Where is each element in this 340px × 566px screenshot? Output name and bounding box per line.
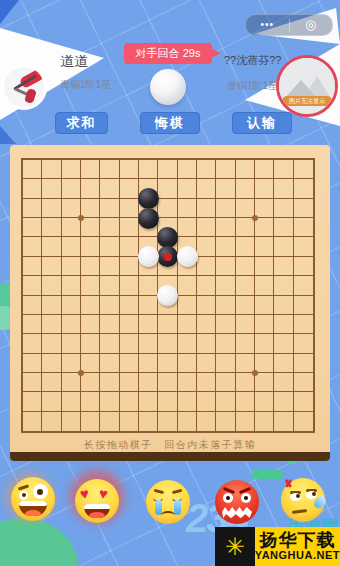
board-cell[interactable]	[255, 392, 274, 411]
resign-button[interactable]: 认输	[232, 112, 292, 134]
board-cell[interactable]	[120, 218, 139, 237]
board-cell[interactable]	[216, 257, 235, 276]
board-cell[interactable]	[23, 237, 42, 256]
star-point	[78, 370, 84, 376]
watermark-badge: ✳ 扬华下载 YANGHUA.NET	[215, 527, 340, 566]
board-cell[interactable]	[274, 296, 293, 315]
emoji-mouth	[84, 504, 110, 518]
board-cell[interactable]	[236, 160, 255, 179]
board-cell[interactable]	[197, 199, 216, 218]
board-cell[interactable]	[255, 276, 274, 295]
more-button[interactable]: •••	[246, 15, 289, 35]
board-cell[interactable]	[23, 373, 42, 392]
white-stone[interactable]	[177, 246, 198, 267]
board-cell[interactable]	[139, 296, 158, 315]
board-cell[interactable]	[42, 179, 61, 198]
board-cell[interactable]	[23, 334, 42, 353]
board-cell[interactable]	[100, 257, 119, 276]
board-cell[interactable]	[236, 334, 255, 353]
board-cell[interactable]	[216, 160, 235, 179]
board-cell[interactable]	[236, 218, 255, 237]
board-cell[interactable]	[81, 392, 100, 411]
board-cell[interactable]	[42, 199, 61, 218]
board-cell[interactable]	[178, 373, 197, 392]
gomoku-game-screen: 234 手游网 ••• ◎ 道道 青铜1阶1星 对手回合 29s ??沈蓓芬??…	[0, 0, 340, 566]
watermark-logo-icon: ✳	[215, 527, 255, 566]
last-move-marker	[164, 253, 172, 261]
board-cell[interactable]	[139, 276, 158, 295]
board-cell[interactable]	[23, 315, 42, 334]
board-cell[interactable]	[178, 199, 197, 218]
board-cell[interactable]	[62, 179, 81, 198]
board-cell[interactable]	[197, 315, 216, 334]
board-cell[interactable]	[81, 257, 100, 276]
board-cell[interactable]	[62, 392, 81, 411]
board-cell[interactable]	[178, 160, 197, 179]
board-cell[interactable]	[274, 334, 293, 353]
board-cell[interactable]	[274, 179, 293, 198]
board-cell[interactable]	[236, 179, 255, 198]
board-cell[interactable]	[100, 218, 119, 237]
board-cell[interactable]	[81, 412, 100, 431]
board-cell[interactable]	[274, 199, 293, 218]
board-cell[interactable]	[294, 354, 313, 373]
board-cell[interactable]	[236, 412, 255, 431]
board-cell[interactable]	[255, 296, 274, 315]
board-cell[interactable]	[197, 373, 216, 392]
board-cell[interactable]	[81, 179, 100, 198]
board-cell[interactable]	[42, 296, 61, 315]
board-cell[interactable]	[81, 276, 100, 295]
emote-crying-button[interactable]	[146, 480, 190, 524]
board-cell[interactable]	[216, 199, 235, 218]
board-cell[interactable]	[197, 276, 216, 295]
board-cell[interactable]	[197, 237, 216, 256]
board-cell[interactable]	[23, 179, 42, 198]
board-cell[interactable]	[42, 392, 61, 411]
board-cell[interactable]	[216, 334, 235, 353]
board-cell[interactable]	[139, 392, 158, 411]
board-cell[interactable]	[158, 334, 177, 353]
board-cell[interactable]	[42, 354, 61, 373]
board-cell[interactable]	[100, 315, 119, 334]
board-caption: 长按拖动棋子 回合内未落子算输	[10, 438, 330, 452]
board-cell[interactable]	[255, 412, 274, 431]
board-cell[interactable]	[139, 373, 158, 392]
avatar-placeholder-note: 图片无法显示	[282, 96, 332, 106]
board-cell[interactable]	[178, 296, 197, 315]
board-edge-strip	[10, 452, 330, 461]
board-cell[interactable]	[42, 276, 61, 295]
board-cell[interactable]	[81, 373, 100, 392]
board-cell[interactable]	[255, 199, 274, 218]
board-cell[interactable]	[274, 354, 293, 373]
player-left-avatar[interactable]	[1, 64, 47, 110]
board-cell[interactable]	[23, 392, 42, 411]
watermark-badge-text: 扬华下载 YANGHUA.NET	[255, 527, 340, 566]
board-cell[interactable]	[178, 392, 197, 411]
board-cell[interactable]	[178, 276, 197, 295]
board-cell[interactable]	[274, 373, 293, 392]
board-cell[interactable]	[23, 296, 42, 315]
board-cell[interactable]	[255, 218, 274, 237]
board-cell[interactable]	[197, 296, 216, 315]
board-cell[interactable]	[81, 199, 100, 218]
board-cell[interactable]	[274, 237, 293, 256]
board-cell[interactable]	[42, 334, 61, 353]
board-cell[interactable]	[216, 296, 235, 315]
board-cell[interactable]	[100, 179, 119, 198]
board-cell[interactable]	[294, 218, 313, 237]
board-cell[interactable]	[120, 160, 139, 179]
player-right-avatar[interactable]: 图片无法显示	[276, 55, 338, 117]
board-cell[interactable]	[197, 392, 216, 411]
player-right-rank: 青铜1阶1星	[227, 79, 278, 93]
board-cell[interactable]	[23, 276, 42, 295]
board-cell[interactable]	[81, 334, 100, 353]
board-cell[interactable]	[42, 315, 61, 334]
board-cell[interactable]	[120, 392, 139, 411]
board-cell[interactable]	[197, 354, 216, 373]
emote-zany-laugh-button[interactable]	[11, 477, 55, 521]
board-cell[interactable]	[81, 218, 100, 237]
board-cell[interactable]	[158, 179, 177, 198]
emote-unamused-sweat-button[interactable]	[281, 478, 325, 522]
heart-eye-icon: ♥	[98, 485, 109, 501]
board-cell[interactable]	[178, 179, 197, 198]
board-cell[interactable]	[178, 315, 197, 334]
tear-icon	[174, 500, 181, 515]
board-cell[interactable]	[120, 334, 139, 353]
board-cell[interactable]	[216, 276, 235, 295]
board-cell[interactable]	[236, 373, 255, 392]
avatar-art	[24, 88, 37, 104]
emoji-eye	[19, 491, 28, 500]
board-cell[interactable]	[274, 392, 293, 411]
board-cell[interactable]	[255, 160, 274, 179]
board-cell[interactable]	[42, 237, 61, 256]
board-cell[interactable]	[62, 257, 81, 276]
board-cell[interactable]	[81, 160, 100, 179]
emoji-brow	[154, 489, 164, 494]
black-stone[interactable]	[138, 208, 159, 229]
board-cell[interactable]	[178, 354, 197, 373]
board-cell[interactable]	[158, 392, 177, 411]
emoji-eye	[306, 491, 317, 499]
board-cell[interactable]	[274, 257, 293, 276]
board-cell[interactable]	[42, 412, 61, 431]
board-cell[interactable]	[100, 237, 119, 256]
board-cell[interactable]	[255, 315, 274, 334]
board-cell[interactable]	[236, 257, 255, 276]
board-cell[interactable]	[294, 257, 313, 276]
board-cell[interactable]	[139, 315, 158, 334]
star-point	[252, 370, 258, 376]
board-cell[interactable]	[294, 276, 313, 295]
board-cell[interactable]	[236, 315, 255, 334]
jagged-teeth-icon	[222, 506, 252, 519]
board-cell[interactable]	[158, 315, 177, 334]
board-cell[interactable]	[178, 218, 197, 237]
emoji-eye	[290, 493, 301, 501]
board-cell[interactable]	[236, 276, 255, 295]
board-cell[interactable]	[139, 334, 158, 353]
board-cell[interactable]	[81, 237, 100, 256]
board-cell[interactable]	[81, 354, 100, 373]
emote-heart-eyes-button[interactable]: ♥ ♥	[75, 479, 119, 523]
turn-banner-text: 对手回合 29s	[136, 46, 201, 61]
board-cell[interactable]	[139, 412, 158, 431]
board-cell[interactable]	[120, 315, 139, 334]
banner-arrow-icon	[211, 48, 221, 58]
board-cell[interactable]	[139, 354, 158, 373]
board-cell[interactable]	[62, 412, 81, 431]
board-cell[interactable]	[23, 199, 42, 218]
board-cell[interactable]	[294, 412, 313, 431]
board-cell[interactable]	[23, 257, 42, 276]
board-cell[interactable]	[255, 334, 274, 353]
board-cell[interactable]	[216, 373, 235, 392]
board-cell[interactable]	[294, 315, 313, 334]
board-cell[interactable]	[178, 334, 197, 353]
heart-eye-icon: ♥	[79, 485, 90, 501]
offer-draw-button[interactable]: 求和	[55, 112, 108, 134]
board-cell[interactable]	[255, 354, 274, 373]
board-cell[interactable]	[23, 160, 42, 179]
player-left-rank: 青铜1阶1星	[60, 78, 111, 92]
board-cell[interactable]	[197, 257, 216, 276]
board-cell[interactable]	[274, 412, 293, 431]
board-cell[interactable]	[197, 179, 216, 198]
board-cell[interactable]	[120, 296, 139, 315]
board-cell[interactable]	[100, 412, 119, 431]
decor-teal-pill	[251, 470, 283, 479]
star-point	[252, 215, 258, 221]
board-cell[interactable]	[274, 315, 293, 334]
board-cell[interactable]	[23, 412, 42, 431]
board-cell[interactable]	[216, 315, 235, 334]
board-cell[interactable]	[178, 412, 197, 431]
board-cell[interactable]	[294, 334, 313, 353]
board-cell[interactable]	[274, 160, 293, 179]
player-left-name: 道道	[60, 53, 88, 71]
board-cell[interactable]	[42, 373, 61, 392]
board-cell[interactable]	[197, 412, 216, 431]
emoji-mouth	[161, 511, 175, 520]
board-cell[interactable]	[100, 392, 119, 411]
board-cell[interactable]	[294, 296, 313, 315]
board-cell[interactable]	[81, 296, 100, 315]
board-cell[interactable]	[42, 218, 61, 237]
board-cell[interactable]	[158, 354, 177, 373]
emoji-eye	[241, 493, 251, 503]
board-cell[interactable]	[62, 237, 81, 256]
board-cell[interactable]	[158, 160, 177, 179]
board-cell[interactable]	[100, 354, 119, 373]
wechat-capsule: ••• ◎	[245, 14, 333, 36]
board-cell[interactable]	[274, 276, 293, 295]
emote-angry-button[interactable]	[215, 480, 259, 524]
decor-dark-triangle-topleft	[0, 0, 19, 24]
emoji-brow	[172, 489, 182, 494]
board-cell[interactable]	[120, 276, 139, 295]
board-cell[interactable]	[120, 257, 139, 276]
board-cell[interactable]	[62, 334, 81, 353]
board-cell[interactable]	[216, 218, 235, 237]
board-cell[interactable]	[294, 199, 313, 218]
board-cell[interactable]	[255, 179, 274, 198]
decor-dark-triangle-left	[0, 126, 16, 144]
board-panel: 长按拖动棋子 回合内未落子算输	[10, 145, 330, 461]
board-cell[interactable]	[120, 354, 139, 373]
board-cell[interactable]	[294, 392, 313, 411]
board-cell[interactable]	[23, 354, 42, 373]
board-cell[interactable]	[62, 373, 81, 392]
board-cell[interactable]	[62, 218, 81, 237]
emoji-mouth	[19, 501, 47, 516]
board-cell[interactable]	[100, 160, 119, 179]
board-cell[interactable]	[120, 179, 139, 198]
board-cell[interactable]	[294, 179, 313, 198]
board-cell[interactable]	[158, 412, 177, 431]
board-cell[interactable]	[255, 237, 274, 256]
board-cell[interactable]	[197, 218, 216, 237]
undo-move-button[interactable]: 悔棋	[140, 112, 200, 134]
board-cell[interactable]	[62, 276, 81, 295]
board-cell[interactable]	[100, 199, 119, 218]
board-cell[interactable]	[294, 373, 313, 392]
board-cell[interactable]	[216, 392, 235, 411]
board-cell[interactable]	[197, 334, 216, 353]
board-cell[interactable]	[274, 218, 293, 237]
board-cell[interactable]	[255, 373, 274, 392]
board-cell[interactable]	[100, 373, 119, 392]
board-cell[interactable]	[100, 276, 119, 295]
emoji-eye	[33, 484, 48, 499]
board-cell[interactable]	[81, 315, 100, 334]
exit-target-button[interactable]: ◎	[290, 15, 333, 35]
current-turn-white-stone-icon	[150, 69, 186, 105]
board-cell[interactable]	[216, 354, 235, 373]
board-cell[interactable]	[120, 237, 139, 256]
watermark-site-url: YANGHUA.NET	[255, 550, 340, 562]
board-cell[interactable]	[236, 237, 255, 256]
board-cell[interactable]	[100, 334, 119, 353]
emoji-brow	[18, 484, 29, 490]
turn-banner: 对手回合 29s	[124, 43, 212, 64]
board-cell[interactable]	[100, 296, 119, 315]
watermark-site-name: 扬华下载	[259, 531, 335, 550]
board-cell[interactable]	[42, 160, 61, 179]
board-cell[interactable]	[236, 296, 255, 315]
board-cell[interactable]	[139, 160, 158, 179]
board-cell[interactable]	[294, 237, 313, 256]
board-cell[interactable]	[216, 179, 235, 198]
board-cell[interactable]	[158, 373, 177, 392]
board-cell[interactable]	[120, 199, 139, 218]
board-cell[interactable]	[120, 412, 139, 431]
board-cell[interactable]	[42, 257, 61, 276]
emoji-mouth	[292, 509, 307, 514]
board-cell[interactable]	[216, 412, 235, 431]
board-cell[interactable]	[236, 392, 255, 411]
emoji-eye	[223, 493, 233, 503]
board-cell[interactable]	[62, 315, 81, 334]
board-cell[interactable]	[62, 160, 81, 179]
board-cell[interactable]	[216, 237, 235, 256]
board-cell[interactable]	[23, 218, 42, 237]
board-cell[interactable]	[197, 160, 216, 179]
board-cell[interactable]	[62, 296, 81, 315]
board-cell[interactable]	[294, 160, 313, 179]
board-cell[interactable]	[158, 199, 177, 218]
board-grid[interactable]	[21, 158, 315, 433]
board-cell[interactable]	[120, 373, 139, 392]
board-cell[interactable]	[255, 257, 274, 276]
player-right-name: ??沈蓓芬??	[224, 53, 281, 68]
